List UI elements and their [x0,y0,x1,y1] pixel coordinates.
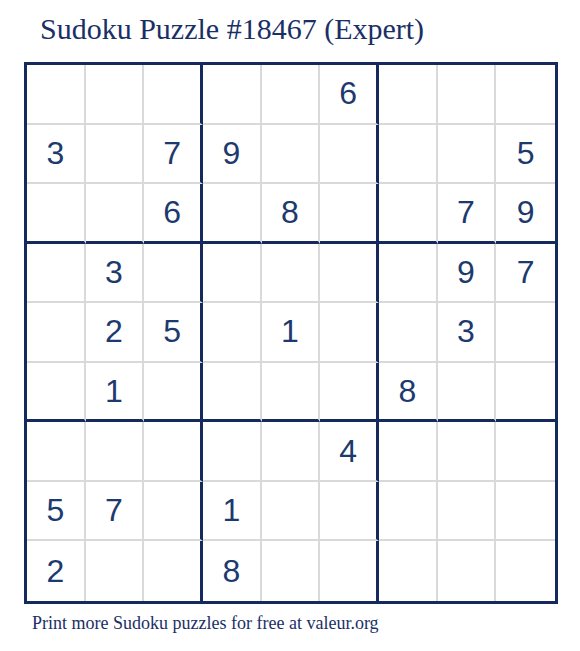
cell-r5c7[interactable] [379,303,438,363]
cell-r8c8[interactable] [438,482,497,542]
cell-r3c9[interactable]: 9 [496,184,555,244]
cell-r8c5[interactable] [262,482,321,542]
cell-r6c9[interactable] [496,363,555,423]
cell-r6c1[interactable] [27,363,86,423]
cell-r1c5[interactable] [262,65,321,125]
cell-r2c6[interactable] [320,125,379,185]
cell-r7c4[interactable] [203,422,262,482]
cell-r3c3[interactable]: 6 [144,184,203,244]
cell-r6c5[interactable] [262,363,321,423]
cell-r4c5[interactable] [262,244,321,304]
cell-r5c2[interactable]: 2 [86,303,145,363]
cell-r3c7[interactable] [379,184,438,244]
cell-r9c9[interactable] [496,541,555,601]
cell-r1c3[interactable] [144,65,203,125]
cell-r6c7[interactable]: 8 [379,363,438,423]
cell-r5c9[interactable] [496,303,555,363]
cell-r2c1[interactable]: 3 [27,125,86,185]
cell-r3c6[interactable] [320,184,379,244]
cell-r8c2[interactable]: 7 [86,482,145,542]
cell-r6c8[interactable] [438,363,497,423]
cell-r6c3[interactable] [144,363,203,423]
cell-r9c4[interactable]: 8 [203,541,262,601]
cell-r7c9[interactable] [496,422,555,482]
cell-r8c1[interactable]: 5 [27,482,86,542]
cell-r1c7[interactable] [379,65,438,125]
cell-r1c6[interactable]: 6 [320,65,379,125]
cell-r2c5[interactable] [262,125,321,185]
cell-r8c6[interactable] [320,482,379,542]
cell-r5c6[interactable] [320,303,379,363]
cell-r1c2[interactable] [86,65,145,125]
cell-r3c2[interactable] [86,184,145,244]
cell-r9c1[interactable]: 2 [27,541,86,601]
cell-r3c1[interactable] [27,184,86,244]
cell-r7c2[interactable] [86,422,145,482]
cell-r2c2[interactable] [86,125,145,185]
cell-r9c7[interactable] [379,541,438,601]
cell-r7c1[interactable] [27,422,86,482]
cell-r8c7[interactable] [379,482,438,542]
cell-r5c1[interactable] [27,303,86,363]
cell-r4c3[interactable] [144,244,203,304]
cell-r6c4[interactable] [203,363,262,423]
cell-r7c6[interactable]: 4 [320,422,379,482]
cell-r8c3[interactable] [144,482,203,542]
cell-r4c6[interactable] [320,244,379,304]
cell-r5c8[interactable]: 3 [438,303,497,363]
cell-r4c1[interactable] [27,244,86,304]
cell-r4c2[interactable]: 3 [86,244,145,304]
cell-r5c3[interactable]: 5 [144,303,203,363]
cell-r1c4[interactable] [203,65,262,125]
cell-r4c4[interactable] [203,244,262,304]
cell-r2c9[interactable]: 5 [496,125,555,185]
cell-r6c6[interactable] [320,363,379,423]
cell-r4c8[interactable]: 9 [438,244,497,304]
cell-r7c7[interactable] [379,422,438,482]
cell-r8c9[interactable] [496,482,555,542]
cell-r7c3[interactable] [144,422,203,482]
cell-r9c5[interactable] [262,541,321,601]
cell-r5c4[interactable] [203,303,262,363]
cell-r3c8[interactable]: 7 [438,184,497,244]
cell-r1c8[interactable] [438,65,497,125]
cell-r1c1[interactable] [27,65,86,125]
cell-r2c3[interactable]: 7 [144,125,203,185]
cell-r3c4[interactable] [203,184,262,244]
footer-text: Print more Sudoku puzzles for free at va… [32,613,379,634]
cell-r8c4[interactable]: 1 [203,482,262,542]
cell-r2c4[interactable]: 9 [203,125,262,185]
cell-r3c5[interactable]: 8 [262,184,321,244]
cell-r9c3[interactable] [144,541,203,601]
cell-r6c2[interactable]: 1 [86,363,145,423]
cell-r9c8[interactable] [438,541,497,601]
sudoku-board: 637956879397251318457128 [24,62,558,604]
cell-r9c2[interactable] [86,541,145,601]
cell-r2c7[interactable] [379,125,438,185]
cell-r4c7[interactable] [379,244,438,304]
cell-r9c6[interactable] [320,541,379,601]
cell-r2c8[interactable] [438,125,497,185]
cell-r7c8[interactable] [438,422,497,482]
cell-r1c9[interactable] [496,65,555,125]
cell-r4c9[interactable]: 7 [496,244,555,304]
cell-r5c5[interactable]: 1 [262,303,321,363]
cell-r7c5[interactable] [262,422,321,482]
page-title: Sudoku Puzzle #18467 (Expert) [40,12,424,46]
